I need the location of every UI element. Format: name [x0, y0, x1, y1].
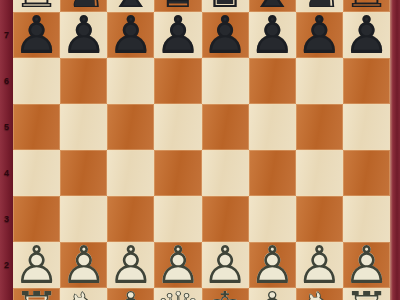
square-g4[interactable] [296, 150, 343, 196]
square-c7[interactable]: ♟♙ [107, 12, 154, 58]
rank-label-7: 7 [2, 30, 11, 40]
piece-outline-glyph: ♔ [202, 288, 249, 300]
white-bishop[interactable]: ♝♗ [107, 288, 154, 300]
white-bishop[interactable]: ♝♗ [249, 288, 296, 300]
square-d1[interactable]: ♛♕ [154, 288, 201, 300]
black-pawn[interactable]: ♟♙ [202, 12, 249, 58]
board-frame-left: 765432 [0, 0, 13, 300]
white-rook[interactable]: ♜♖ [13, 288, 60, 300]
square-h4[interactable] [343, 150, 390, 196]
piece-outline-glyph: ♘ [60, 288, 107, 300]
piece-outline-glyph: ♙ [296, 12, 343, 58]
square-b4[interactable] [60, 150, 107, 196]
black-pawn[interactable]: ♟♙ [107, 12, 154, 58]
square-f1[interactable]: ♝♗ [249, 288, 296, 300]
black-pawn[interactable]: ♟♙ [296, 12, 343, 58]
square-e4[interactable] [202, 150, 249, 196]
square-c5[interactable] [107, 104, 154, 150]
square-e5[interactable] [202, 104, 249, 150]
square-a5[interactable] [13, 104, 60, 150]
square-b1[interactable]: ♞♘ [60, 288, 107, 300]
rank-label-5: 5 [2, 122, 11, 132]
square-e6[interactable] [202, 58, 249, 104]
white-knight[interactable]: ♞♘ [60, 288, 107, 300]
board-frame-right [390, 0, 400, 300]
square-b6[interactable] [60, 58, 107, 104]
piece-outline-glyph: ♙ [154, 12, 201, 58]
square-b5[interactable] [60, 104, 107, 150]
square-g5[interactable] [296, 104, 343, 150]
piece-outline-glyph: ♙ [343, 12, 390, 58]
square-f5[interactable] [249, 104, 296, 150]
rank-label-6: 6 [2, 76, 11, 86]
white-knight[interactable]: ♞♘ [296, 288, 343, 300]
chess-board-grid: ♜♖♞♘♝♗♛♕♚♔♝♗♞♘♜♖♟♙♟♙♟♙♟♙♟♙♟♙♟♙♟♙♟♙♟♙♟♙♟♙… [13, 0, 390, 300]
black-pawn[interactable]: ♟♙ [343, 12, 390, 58]
square-a4[interactable] [13, 150, 60, 196]
chess-board: ♜♖♞♘♝♗♛♕♚♔♝♗♞♘♜♖♟♙♟♙♟♙♟♙♟♙♟♙♟♙♟♙♟♙♟♙♟♙♟♙… [13, 0, 390, 300]
rank-label-2: 2 [2, 260, 11, 270]
black-pawn[interactable]: ♟♙ [60, 12, 107, 58]
square-g7[interactable]: ♟♙ [296, 12, 343, 58]
piece-outline-glyph: ♙ [107, 12, 154, 58]
square-f4[interactable] [249, 150, 296, 196]
square-h1[interactable]: ♜♖ [343, 288, 390, 300]
square-d5[interactable] [154, 104, 201, 150]
square-a6[interactable] [13, 58, 60, 104]
piece-outline-glyph: ♗ [249, 288, 296, 300]
square-h7[interactable]: ♟♙ [343, 12, 390, 58]
square-f6[interactable] [249, 58, 296, 104]
black-pawn[interactable]: ♟♙ [249, 12, 296, 58]
piece-outline-glyph: ♕ [154, 288, 201, 300]
square-h6[interactable] [343, 58, 390, 104]
square-h5[interactable] [343, 104, 390, 150]
piece-outline-glyph: ♙ [202, 12, 249, 58]
white-king[interactable]: ♚♔ [202, 288, 249, 300]
square-d6[interactable] [154, 58, 201, 104]
square-f7[interactable]: ♟♙ [249, 12, 296, 58]
square-e1[interactable]: ♚♔ [202, 288, 249, 300]
rank-label-4: 4 [2, 168, 11, 178]
square-c1[interactable]: ♝♗ [107, 288, 154, 300]
square-g1[interactable]: ♞♘ [296, 288, 343, 300]
piece-outline-glyph: ♖ [343, 288, 390, 300]
black-pawn[interactable]: ♟♙ [13, 12, 60, 58]
piece-outline-glyph: ♙ [249, 12, 296, 58]
square-a7[interactable]: ♟♙ [13, 12, 60, 58]
piece-outline-glyph: ♗ [107, 288, 154, 300]
rank-label-3: 3 [2, 214, 11, 224]
square-e7[interactable]: ♟♙ [202, 12, 249, 58]
chess-app-window: 765432 ♜♖♞♘♝♗♛♕♚♔♝♗♞♘♜♖♟♙♟♙♟♙♟♙♟♙♟♙♟♙♟♙♟… [0, 0, 400, 300]
piece-outline-glyph: ♖ [13, 288, 60, 300]
white-queen[interactable]: ♛♕ [154, 288, 201, 300]
square-a1[interactable]: ♜♖ [13, 288, 60, 300]
square-b7[interactable]: ♟♙ [60, 12, 107, 58]
square-g6[interactable] [296, 58, 343, 104]
piece-outline-glyph: ♙ [13, 12, 60, 58]
black-pawn[interactable]: ♟♙ [154, 12, 201, 58]
white-rook[interactable]: ♜♖ [343, 288, 390, 300]
square-d7[interactable]: ♟♙ [154, 12, 201, 58]
piece-outline-glyph: ♙ [60, 12, 107, 58]
piece-outline-glyph: ♘ [296, 288, 343, 300]
square-d4[interactable] [154, 150, 201, 196]
square-c6[interactable] [107, 58, 154, 104]
square-c4[interactable] [107, 150, 154, 196]
